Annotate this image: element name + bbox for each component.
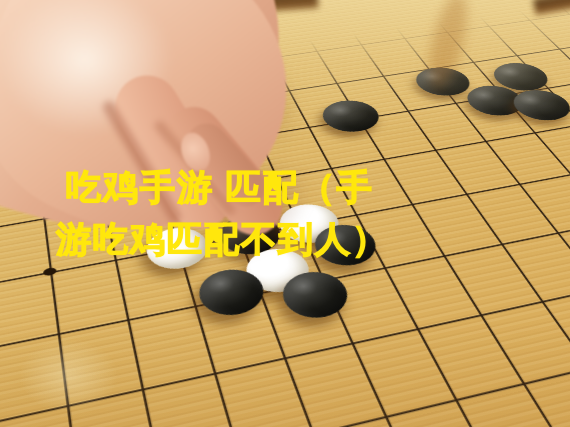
photo-frame: 吃鸡手游 匹配（手 游吃鸡匹配不到人） [0,0,570,427]
caption-line-1: 吃鸡手游 匹配（手 [66,169,374,206]
caption-line-2: 游吃鸡匹配不到人） [56,221,389,258]
